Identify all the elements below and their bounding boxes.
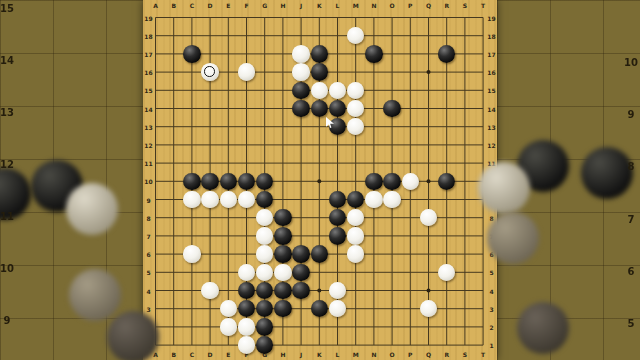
background-stone [69,269,121,321]
stone-black-E10[interactable] [220,173,238,191]
row-label-right: 5 [489,269,493,276]
background-stone [478,162,530,214]
background-row-number: 6 [628,266,635,277]
col-label-top: N [371,1,376,8]
stone-white-F2[interactable] [238,318,256,336]
col-label-bottom: J [300,350,302,357]
col-label-bottom: B [171,350,176,357]
last-move-marker [204,66,214,76]
stone-black-J6[interactable] [292,245,310,263]
stone-white-D4[interactable] [201,282,219,300]
row-label-right: 19 [487,14,495,21]
col-label-top: O [390,1,395,8]
row-label-left: 7 [146,232,150,239]
row-label-left: 18 [144,32,152,39]
col-label-top: S [463,1,467,8]
stone-black-H8[interactable] [274,209,292,227]
stone-black-K16[interactable] [311,63,329,81]
star-point [317,289,321,293]
stone-white-O9[interactable] [383,191,401,209]
col-label-top: G [262,1,267,8]
stone-black-O10[interactable] [383,173,401,191]
background-row-number: 13 [0,107,14,118]
stone-white-C9[interactable] [183,191,201,209]
row-label-left: 10 [144,178,152,185]
background-row-number: 14 [0,55,14,66]
stone-black-H7[interactable] [274,227,292,245]
go-board[interactable]: AABBCCDDEEFFGGHHJJKKLLMMNNOOPPQQRRSSTT19… [143,0,497,360]
col-label-top: H [280,1,285,8]
stone-white-C6[interactable] [183,245,201,263]
col-label-top: P [408,1,412,8]
stone-black-D10[interactable] [201,173,219,191]
col-label-bottom: E [226,350,230,357]
stone-white-M7[interactable] [347,227,365,245]
stone-white-K15[interactable] [311,82,329,100]
col-label-bottom: S [463,350,467,357]
stone-black-K17[interactable] [311,45,329,63]
star-point [427,289,431,293]
col-label-bottom: M [353,350,359,357]
col-label-bottom: N [371,350,376,357]
star-point [427,179,431,183]
stone-black-H4[interactable] [274,282,292,300]
col-label-top: J [300,1,302,8]
col-label-top: A [153,1,158,8]
col-label-top: C [190,1,194,8]
row-label-left: 19 [144,14,152,21]
stone-white-F1[interactable] [238,336,256,354]
row-label-right: 12 [487,141,495,148]
col-label-bottom: Q [426,350,431,357]
row-label-left: 3 [146,305,150,312]
stone-black-G2[interactable] [256,318,274,336]
col-label-bottom: K [317,350,322,357]
row-label-right: 4 [489,287,493,294]
row-label-left: 11 [144,160,152,167]
col-label-bottom: O [390,350,395,357]
background-row-number: 8 [628,161,635,172]
row-label-left: 4 [146,287,150,294]
stone-black-L7[interactable] [329,227,347,245]
col-label-bottom: T [481,350,485,357]
row-label-left: 17 [144,50,152,57]
row-label-left: 15 [144,87,152,94]
col-label-top: Q [426,1,431,8]
video-frame: AABBCCDDEEFFGGHHJJKKLLMMNNOOPPQQRRSSTT19… [0,0,640,360]
stone-white-G7[interactable] [256,227,274,245]
col-label-top: T [481,1,485,8]
background-row-number: 11 [0,211,14,222]
row-label-left: 6 [146,251,150,258]
background-row-number: 5 [628,318,635,329]
background-row-number: 10 [624,57,638,68]
row-label-right: 1 [489,342,493,349]
row-label-right: 15 [487,87,495,94]
row-label-right: 3 [489,305,493,312]
stone-white-P10[interactable] [402,173,420,191]
stone-black-J14[interactable] [292,100,310,118]
stone-black-C17[interactable] [183,45,201,63]
stone-black-O14[interactable] [383,100,401,118]
col-label-top: F [244,1,248,8]
col-label-bottom: H [280,350,285,357]
row-label-left: 12 [144,141,152,148]
row-label-left: 16 [144,69,152,76]
stone-black-J4[interactable] [292,282,310,300]
background-stone [517,302,569,354]
row-label-left: 8 [146,214,150,221]
stone-white-J17[interactable] [292,45,310,63]
row-label-right: 2 [489,323,493,330]
background-row-number: 15 [0,3,14,14]
stone-black-H6[interactable] [274,245,292,263]
col-label-bottom: C [190,350,194,357]
row-label-right: 18 [487,32,495,39]
stone-black-J15[interactable] [292,82,310,100]
stone-black-N10[interactable] [365,173,383,191]
star-point [427,70,431,74]
stone-white-D9[interactable] [201,191,219,209]
col-label-top: E [226,1,230,8]
stone-white-H5[interactable] [274,264,292,282]
row-label-right: 13 [487,123,495,130]
row-label-left: 14 [144,105,152,112]
star-point [317,179,321,183]
background-row-number: 10 [0,263,14,274]
background-stone [487,212,539,264]
col-label-bottom: R [444,350,449,357]
stone-black-N17[interactable] [365,45,383,63]
stone-white-F16[interactable] [238,63,256,81]
stone-black-H3[interactable] [274,300,292,318]
stone-white-N9[interactable] [365,191,383,209]
background-stone [581,147,633,199]
col-label-top: R [444,1,449,8]
stone-black-R17[interactable] [438,45,456,63]
col-label-bottom: P [408,350,412,357]
col-label-top: D [208,1,213,8]
row-label-right: 16 [487,69,495,76]
stone-white-E2[interactable] [220,318,238,336]
row-label-left: 9 [146,196,150,203]
row-label-right: 17 [487,50,495,57]
background-stone [107,311,159,360]
col-label-bottom: L [336,350,340,357]
stone-white-J16[interactable] [292,63,310,81]
col-label-top: M [353,1,359,8]
stone-black-C10[interactable] [183,173,201,191]
row-label-right: 14 [487,105,495,112]
col-label-bottom: D [208,350,213,357]
background-row-number: 9 [4,315,11,326]
background-row-number: 12 [0,159,14,170]
background-row-number: 9 [628,109,635,120]
row-label-left: 5 [146,269,150,276]
row-label-left: 13 [144,123,152,130]
stone-black-J5[interactable] [292,264,310,282]
background-stone [66,183,118,235]
col-label-top: B [171,1,176,8]
col-label-top: L [336,1,340,8]
stone-black-K6[interactable] [311,245,329,263]
col-label-top: K [317,1,322,8]
background-row-number: 7 [628,214,635,225]
